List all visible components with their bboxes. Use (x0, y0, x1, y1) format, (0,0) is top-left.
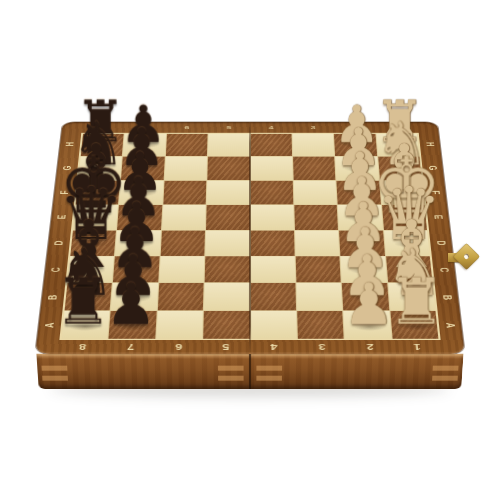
square-h6 (166, 134, 208, 157)
square-e5 (206, 205, 249, 230)
square-g6 (164, 157, 207, 180)
square-g4 (250, 157, 292, 180)
rank-label: 2 (345, 341, 394, 352)
chess-set-photo: 87654321 87654321 ABCDEFGH ABCDEFGH ♜♟♟♜… (0, 0, 500, 500)
finger-joint (41, 366, 68, 382)
square-f4 (250, 181, 293, 205)
rank-label: 1 (376, 123, 419, 130)
square-h7 (123, 134, 166, 157)
rank-label: 8 (58, 341, 107, 352)
box-front-face (36, 354, 463, 389)
clasp-plate (453, 243, 480, 270)
square-f5 (207, 181, 250, 205)
white-rook: ♜ (363, 270, 469, 334)
rank-label: 5 (202, 341, 250, 352)
chess-board: 87654321 87654321 ABCDEFGH ABCDEFGH ♜♟♟♜… (35, 122, 464, 354)
rank-label: 3 (292, 123, 334, 130)
square-h1 (376, 134, 419, 157)
square-g3 (293, 157, 336, 180)
square-g5 (207, 157, 249, 180)
rank-label: 8 (82, 123, 125, 130)
rank-label: 7 (124, 123, 166, 130)
square-h3 (292, 134, 334, 157)
finger-joint (256, 366, 282, 382)
square-e4 (250, 205, 293, 230)
rank-labels-front: 87654321 (58, 341, 442, 352)
square-h2 (334, 134, 377, 157)
square-h4 (250, 134, 291, 157)
rank-label: 2 (334, 123, 376, 130)
scene: 87654321 87654321 ABCDEFGH ABCDEFGH ♜♟♟♜… (0, 0, 500, 500)
rank-label: 6 (154, 341, 202, 352)
square-h5 (208, 134, 249, 157)
square-h8 (81, 134, 124, 157)
rank-label: 5 (208, 123, 250, 130)
fold-seam-front (249, 354, 251, 389)
black-pawn: ♟ (78, 276, 184, 333)
rank-label: 3 (298, 341, 346, 352)
rank-label: 4 (250, 341, 298, 352)
finger-joint (432, 366, 459, 382)
brass-clasp (448, 240, 490, 274)
clasp-hole (463, 253, 470, 260)
rank-label: 6 (166, 123, 208, 130)
finger-joint (218, 366, 244, 382)
rank-label: 1 (393, 341, 442, 352)
rank-label: 4 (250, 123, 292, 130)
rank-label: 7 (106, 341, 155, 352)
